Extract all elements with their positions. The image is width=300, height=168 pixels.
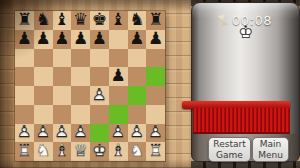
black-king: ♚ bbox=[92, 11, 107, 28]
square-e3[interactable] bbox=[90, 105, 109, 124]
square-g7[interactable]: ♟ bbox=[128, 30, 147, 49]
black-pawn: ♟ bbox=[73, 30, 88, 47]
square-c7[interactable]: ♟ bbox=[53, 30, 72, 49]
square-h1[interactable]: ♜♖ bbox=[146, 142, 165, 161]
square-d2[interactable]: ♟♙ bbox=[71, 124, 90, 143]
square-d6[interactable] bbox=[71, 49, 90, 68]
square-d1[interactable]: ♛♕ bbox=[71, 142, 90, 161]
black-pawn: ♟ bbox=[36, 30, 51, 47]
square-e2[interactable] bbox=[90, 124, 109, 143]
square-a6[interactable] bbox=[15, 49, 34, 68]
square-g6[interactable] bbox=[128, 49, 147, 68]
square-b6[interactable] bbox=[34, 49, 53, 68]
square-f1[interactable]: ♝♗ bbox=[109, 142, 128, 161]
square-f4[interactable] bbox=[109, 86, 128, 105]
black-pawn: ♟ bbox=[17, 30, 32, 47]
square-a1[interactable]: ♜♖ bbox=[15, 142, 34, 161]
white-king: ♔ bbox=[92, 142, 107, 159]
square-b4[interactable] bbox=[34, 86, 53, 105]
square-b3[interactable] bbox=[34, 105, 53, 124]
white-pawn: ♙ bbox=[36, 123, 51, 140]
square-e5[interactable] bbox=[90, 67, 109, 86]
square-c8[interactable]: ♝ bbox=[53, 11, 72, 30]
white-pawn: ♙ bbox=[111, 123, 126, 140]
square-f2[interactable]: ♟♙ bbox=[109, 124, 128, 143]
black-queen: ♛ bbox=[73, 11, 88, 28]
white-pawn-fill: ♟ bbox=[73, 123, 88, 140]
square-f8[interactable]: ♝ bbox=[109, 11, 128, 30]
square-f7[interactable] bbox=[109, 30, 128, 49]
square-b8[interactable]: ♞ bbox=[34, 11, 53, 30]
square-e8[interactable]: ♚ bbox=[90, 11, 109, 30]
white-pawn-fill: ♟ bbox=[92, 86, 107, 103]
white-pawn: ♙ bbox=[148, 123, 163, 140]
black-pawn: ♟ bbox=[111, 67, 126, 84]
clock-time: 00:08 bbox=[232, 13, 272, 28]
square-h8[interactable]: ♜ bbox=[146, 11, 165, 30]
square-f6[interactable] bbox=[109, 49, 128, 68]
white-pawn-fill: ♟ bbox=[111, 123, 126, 140]
square-f3[interactable] bbox=[109, 105, 128, 124]
black-pawn: ♟ bbox=[148, 30, 163, 47]
square-c6[interactable] bbox=[53, 49, 72, 68]
square-g5[interactable] bbox=[128, 67, 147, 86]
square-c4[interactable] bbox=[53, 86, 72, 105]
square-g3[interactable] bbox=[128, 105, 147, 124]
white-pawn-fill: ♟ bbox=[36, 123, 51, 140]
white-knight: ♘ bbox=[129, 142, 144, 159]
white-bishop: ♗ bbox=[111, 142, 126, 159]
square-d3[interactable] bbox=[71, 105, 90, 124]
square-e1[interactable]: ♚♔ bbox=[90, 142, 109, 161]
white-pawn-fill: ♟ bbox=[17, 123, 32, 140]
white-knight: ♘ bbox=[36, 142, 51, 159]
white-king-fill: ♚ bbox=[92, 142, 107, 159]
square-h7[interactable]: ♟ bbox=[146, 30, 165, 49]
square-b1[interactable]: ♞♘ bbox=[34, 142, 53, 161]
captured-pieces-tray bbox=[193, 108, 290, 134]
square-g8[interactable]: ♞ bbox=[128, 11, 147, 30]
square-g2[interactable]: ♟♙ bbox=[128, 124, 147, 143]
white-knight-fill: ♞ bbox=[129, 142, 144, 159]
square-e4[interactable]: ♟♙ bbox=[90, 86, 109, 105]
square-a7[interactable]: ♟ bbox=[15, 30, 34, 49]
panel-bottom-cap bbox=[191, 161, 300, 168]
white-rook-fill: ♜ bbox=[148, 142, 163, 159]
white-rook-fill: ♜ bbox=[17, 142, 32, 159]
black-bishop: ♝ bbox=[111, 11, 126, 28]
square-d7[interactable]: ♟ bbox=[71, 30, 90, 49]
black-knight: ♞ bbox=[129, 11, 144, 28]
square-a3[interactable] bbox=[15, 105, 34, 124]
black-rook: ♜ bbox=[17, 11, 32, 28]
square-b7[interactable]: ♟ bbox=[34, 30, 53, 49]
white-pawn: ♙ bbox=[17, 123, 32, 140]
white-bishop-fill: ♝ bbox=[111, 142, 126, 159]
main-menu-button[interactable]: Main Menu bbox=[252, 137, 289, 162]
square-h3[interactable] bbox=[146, 105, 165, 124]
square-h2[interactable]: ♟♙ bbox=[146, 124, 165, 143]
black-pawn: ♟ bbox=[129, 30, 144, 47]
square-h4[interactable] bbox=[146, 86, 165, 105]
square-c2[interactable]: ♟♙ bbox=[53, 124, 72, 143]
square-h6[interactable] bbox=[146, 49, 165, 68]
white-pawn-fill: ♟ bbox=[148, 123, 163, 140]
square-d5[interactable] bbox=[71, 67, 90, 86]
square-g4[interactable] bbox=[128, 86, 147, 105]
square-c5[interactable] bbox=[53, 67, 72, 86]
white-bishop: ♗ bbox=[54, 142, 69, 159]
square-h5[interactable] bbox=[146, 67, 165, 86]
black-knight: ♞ bbox=[36, 11, 51, 28]
black-pawn: ♟ bbox=[92, 30, 107, 47]
black-pawn: ♟ bbox=[54, 30, 69, 47]
restart-game-button[interactable]: Restart Game bbox=[208, 137, 251, 162]
white-queen: ♕ bbox=[73, 142, 88, 159]
hourglass-icon bbox=[218, 14, 229, 27]
square-d4[interactable] bbox=[71, 86, 90, 105]
square-a4[interactable] bbox=[15, 86, 34, 105]
square-a5[interactable] bbox=[15, 67, 34, 86]
black-bishop: ♝ bbox=[54, 11, 69, 28]
square-c3[interactable] bbox=[53, 105, 72, 124]
white-pawn-fill: ♟ bbox=[129, 123, 144, 140]
white-knight-fill: ♞ bbox=[36, 142, 51, 159]
square-e6[interactable] bbox=[90, 49, 109, 68]
square-c1[interactable]: ♝♗ bbox=[53, 142, 72, 161]
game-clock: 00:08 bbox=[192, 13, 299, 28]
square-e7[interactable]: ♟ bbox=[90, 30, 109, 49]
white-pawn: ♙ bbox=[54, 123, 69, 140]
white-pawn: ♙ bbox=[92, 86, 107, 103]
black-rook: ♜ bbox=[148, 11, 163, 28]
square-a2[interactable]: ♟♙ bbox=[15, 124, 34, 143]
square-a8[interactable]: ♜ bbox=[15, 11, 34, 30]
square-d8[interactable]: ♛ bbox=[71, 11, 90, 30]
square-f5[interactable]: ♟ bbox=[109, 67, 128, 86]
white-queen-fill: ♛ bbox=[73, 142, 88, 159]
square-b5[interactable] bbox=[34, 67, 53, 86]
white-pawn-fill: ♟ bbox=[54, 123, 69, 140]
chess-app: ♜♞♝♛♚♝♞♜♟♟♟♟♟♟♟♟♟♙♟♙♟♙♟♙♟♙♟♙♟♙♟♙♜♖♞♘♝♗♛♕… bbox=[0, 0, 300, 168]
square-g1[interactable]: ♞♘ bbox=[128, 142, 147, 161]
white-pawn: ♙ bbox=[129, 123, 144, 140]
white-rook: ♖ bbox=[148, 142, 163, 159]
white-bishop-fill: ♝ bbox=[54, 142, 69, 159]
square-b2[interactable]: ♟♙ bbox=[34, 124, 53, 143]
chess-board[interactable]: ♜♞♝♛♚♝♞♜♟♟♟♟♟♟♟♟♟♙♟♙♟♙♟♙♟♙♟♙♟♙♟♙♜♖♞♘♝♗♛♕… bbox=[15, 11, 165, 161]
white-pawn: ♙ bbox=[73, 123, 88, 140]
white-rook: ♖ bbox=[17, 142, 32, 159]
